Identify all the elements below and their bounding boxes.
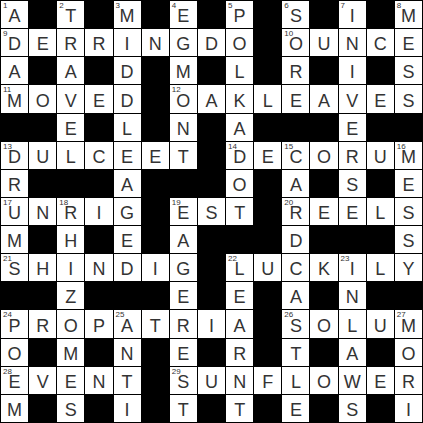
black-cell	[282, 114, 309, 141]
letter-cell[interactable]: 6S	[282, 1, 309, 28]
letter-cell[interactable]: L	[339, 310, 366, 337]
black-cell	[142, 57, 169, 84]
cell-letter: A	[290, 176, 302, 197]
crossword-grid: 1A2T3M4E5P6S7I8M9DERRINGDO10OUNCEAADMLRI…	[0, 0, 423, 423]
letter-cell[interactable]: K	[226, 85, 253, 112]
cell-letter: P	[234, 7, 246, 28]
cell-letter: R	[402, 373, 415, 394]
clue-number: 1	[3, 2, 7, 10]
letter-cell[interactable]: A	[198, 85, 225, 112]
letter-cell[interactable]: T	[226, 198, 253, 225]
letter-cell[interactable]: A	[282, 282, 309, 309]
cell-letter: O	[36, 92, 50, 113]
cell-letter: L	[235, 63, 245, 84]
black-cell	[170, 170, 197, 197]
cell-letter: R	[92, 35, 105, 56]
black-cell	[85, 170, 112, 197]
letter-cell[interactable]: 4E	[170, 1, 197, 28]
letter-cell[interactable]: E	[339, 114, 366, 141]
letter-cell[interactable]: 16M	[395, 142, 422, 169]
black-cell	[29, 395, 56, 422]
letter-cell[interactable]: 23I	[339, 254, 366, 281]
cell-letter: S	[402, 232, 414, 253]
cell-letter: L	[291, 373, 301, 394]
letter-cell[interactable]: L	[367, 254, 394, 281]
letter-cell[interactable]: 21S	[1, 254, 28, 281]
letter-cell[interactable]: I	[114, 395, 141, 422]
cell-letter: U	[8, 204, 21, 225]
letter-cell[interactable]: W	[339, 367, 366, 394]
letter-cell[interactable]: O	[310, 367, 337, 394]
cell-letter: U	[374, 148, 387, 169]
letter-cell[interactable]: N	[114, 339, 141, 366]
letter-cell[interactable]: I	[57, 254, 84, 281]
letter-cell[interactable]: E	[254, 142, 281, 169]
black-cell	[254, 57, 281, 84]
letter-cell[interactable]: A	[114, 170, 141, 197]
letter-cell[interactable]: E	[395, 170, 422, 197]
clue-number: 23	[341, 255, 350, 263]
cell-letter: S	[290, 7, 302, 28]
cell-letter: V	[65, 92, 77, 113]
black-cell	[142, 114, 169, 141]
letter-cell[interactable]: R	[1, 170, 28, 197]
cell-letter: N	[149, 35, 162, 56]
letter-cell[interactable]: H	[57, 226, 84, 253]
cell-letter: E	[290, 92, 302, 113]
letter-cell[interactable]: E	[395, 29, 422, 56]
cell-letter: E	[177, 204, 189, 225]
letter-cell[interactable]: S	[395, 226, 422, 253]
black-cell	[85, 339, 112, 366]
black-cell	[310, 395, 337, 422]
letter-cell[interactable]: I	[339, 57, 366, 84]
black-cell	[226, 226, 253, 253]
letter-cell[interactable]: T	[282, 339, 309, 366]
clue-number: 2	[59, 2, 63, 10]
cell-letter: D	[8, 35, 21, 56]
letter-cell[interactable]: A	[57, 57, 84, 84]
letter-cell[interactable]: O	[310, 310, 337, 337]
cell-letter: A	[234, 317, 246, 338]
letter-cell[interactable]: 20R	[282, 198, 309, 225]
black-cell	[198, 170, 225, 197]
letter-cell[interactable]: 1A	[1, 1, 28, 28]
cell-letter: L	[66, 148, 76, 169]
clue-number: 8	[397, 2, 401, 10]
clue-number: 25	[116, 311, 125, 319]
letter-cell[interactable]: I	[198, 310, 225, 337]
letter-cell[interactable]: E	[57, 367, 84, 394]
cell-letter: I	[350, 63, 355, 84]
letter-cell[interactable]: C	[282, 254, 309, 281]
cell-letter: L	[375, 204, 385, 225]
cell-letter: E	[177, 345, 189, 366]
cell-letter: T	[122, 373, 133, 394]
black-cell	[254, 310, 281, 337]
letter-cell[interactable]: O	[29, 85, 56, 112]
letter-cell[interactable]: L	[367, 198, 394, 225]
cell-letter: S	[402, 92, 414, 113]
clue-number: 5	[228, 2, 232, 10]
cell-letter: P	[9, 317, 21, 338]
letter-cell[interactable]: G	[170, 254, 197, 281]
letter-cell[interactable]: O	[57, 310, 84, 337]
letter-cell[interactable]: S	[339, 170, 366, 197]
letter-cell[interactable]: T	[226, 395, 253, 422]
letter-cell[interactable]: T	[170, 395, 197, 422]
letter-cell[interactable]: S	[57, 395, 84, 422]
cell-letter: R	[346, 148, 359, 169]
letter-cell[interactable]: R	[339, 142, 366, 169]
letter-cell[interactable]: 14D	[226, 142, 253, 169]
black-cell	[310, 170, 337, 197]
letter-cell[interactable]: R	[226, 339, 253, 366]
letter-cell[interactable]: L	[114, 114, 141, 141]
letter-cell[interactable]: R	[85, 29, 112, 56]
letter-cell[interactable]: D	[114, 254, 141, 281]
black-cell	[29, 282, 56, 309]
cell-letter: T	[178, 401, 189, 422]
cell-letter: S	[346, 401, 358, 422]
letter-cell[interactable]: E	[282, 395, 309, 422]
clue-number: 6	[284, 2, 288, 10]
letter-cell[interactable]: 15C	[282, 142, 309, 169]
cell-letter: V	[346, 92, 358, 113]
clue-number: 9	[3, 30, 7, 38]
cell-letter: I	[125, 35, 130, 56]
cell-letter: E	[65, 373, 77, 394]
cell-letter: M	[401, 7, 416, 28]
cell-letter: A	[205, 92, 217, 113]
cell-letter: E	[290, 401, 302, 422]
letter-cell[interactable]: R	[395, 367, 422, 394]
cell-letter: I	[153, 260, 158, 281]
cell-letter: S	[402, 204, 414, 225]
letter-cell[interactable]: F	[254, 367, 281, 394]
black-cell	[198, 226, 225, 253]
letter-cell[interactable]: 11M	[1, 85, 28, 112]
letter-cell[interactable]: D	[114, 85, 141, 112]
letter-cell[interactable]: N	[170, 114, 197, 141]
cell-letter: M	[7, 232, 22, 253]
letter-cell[interactable]: 5P	[226, 1, 253, 28]
cell-letter: D	[121, 260, 134, 281]
black-cell	[367, 1, 394, 28]
cell-letter: I	[68, 260, 73, 281]
letter-cell[interactable]: D	[114, 57, 141, 84]
clue-number: 3	[116, 2, 120, 10]
letter-cell[interactable]: O	[226, 170, 253, 197]
letter-cell[interactable]: E	[310, 198, 337, 225]
letter-cell[interactable]: N	[142, 29, 169, 56]
cell-letter: E	[346, 204, 358, 225]
letter-cell[interactable]: 25A	[114, 310, 141, 337]
letter-cell[interactable]: E	[170, 282, 197, 309]
cell-letter: E	[149, 148, 161, 169]
letter-cell[interactable]: R	[170, 310, 197, 337]
black-cell	[114, 282, 141, 309]
letter-cell[interactable]: N	[85, 254, 112, 281]
letter-cell[interactable]: D	[282, 226, 309, 253]
clue-number: 20	[284, 199, 293, 207]
letter-cell[interactable]: N	[85, 367, 112, 394]
letter-cell[interactable]: A	[310, 85, 337, 112]
letter-cell[interactable]: I	[114, 29, 141, 56]
letter-cell[interactable]: G	[114, 198, 141, 225]
letter-cell[interactable]: I	[142, 254, 169, 281]
cell-letter: A	[9, 63, 21, 84]
cell-letter: U	[205, 373, 218, 394]
letter-cell[interactable]: R	[57, 29, 84, 56]
letter-cell[interactable]: L	[254, 85, 281, 112]
black-cell	[367, 282, 394, 309]
cell-letter: I	[209, 317, 214, 338]
cell-letter: I	[125, 401, 130, 422]
black-cell	[142, 395, 169, 422]
black-cell	[310, 339, 337, 366]
letter-cell[interactable]: E	[142, 142, 169, 169]
black-cell	[367, 339, 394, 366]
black-cell	[339, 226, 366, 253]
letter-cell[interactable]: H	[29, 254, 56, 281]
letter-cell[interactable]: S	[395, 198, 422, 225]
letter-cell[interactable]: O	[1, 339, 28, 366]
letter-cell[interactable]: M	[1, 226, 28, 253]
cell-letter: T	[234, 401, 245, 422]
letter-cell[interactable]: E	[114, 226, 141, 253]
black-cell	[85, 114, 112, 141]
letter-cell[interactable]: 13D	[1, 142, 28, 169]
black-cell	[142, 282, 169, 309]
cell-letter: D	[233, 148, 246, 169]
clue-number: 12	[172, 86, 181, 94]
cell-letter: U	[374, 317, 387, 338]
cell-letter: L	[235, 260, 245, 281]
black-cell	[254, 339, 281, 366]
cell-letter: N	[36, 204, 49, 225]
cell-letter: K	[234, 92, 246, 113]
letter-cell[interactable]: E	[29, 29, 56, 56]
letter-cell[interactable]: C	[367, 29, 394, 56]
letter-cell[interactable]: L	[226, 57, 253, 84]
clue-number: 10	[284, 30, 293, 38]
letter-cell[interactable]: U	[198, 367, 225, 394]
letter-cell[interactable]: 7I	[339, 1, 366, 28]
cell-letter: O	[233, 35, 247, 56]
letter-cell[interactable]: N	[339, 29, 366, 56]
letter-cell[interactable]: M	[57, 339, 84, 366]
cell-letter: O	[64, 317, 78, 338]
cell-letter: O	[289, 35, 303, 56]
cell-letter: R	[289, 204, 302, 225]
letter-cell[interactable]: I	[395, 395, 422, 422]
letter-cell[interactable]: 24P	[1, 310, 28, 337]
black-cell	[254, 282, 281, 309]
letter-cell[interactable]: 8M	[395, 1, 422, 28]
letter-cell[interactable]: 9D	[1, 29, 28, 56]
letter-cell[interactable]: S	[395, 57, 422, 84]
letter-cell[interactable]: R	[282, 57, 309, 84]
clue-number: 16	[397, 143, 406, 151]
cell-letter: D	[8, 148, 21, 169]
cell-letter: G	[176, 35, 190, 56]
cell-letter: P	[93, 317, 105, 338]
cell-letter: R	[64, 35, 77, 56]
letter-cell[interactable]: E	[282, 85, 309, 112]
cell-letter: R	[233, 345, 246, 366]
cell-letter: E	[374, 373, 386, 394]
letter-cell[interactable]: O	[226, 29, 253, 56]
black-cell	[367, 114, 394, 141]
cell-letter: U	[261, 260, 274, 281]
letter-cell[interactable]: M	[170, 57, 197, 84]
letter-cell[interactable]: E	[57, 114, 84, 141]
letter-cell[interactable]: V	[57, 85, 84, 112]
letter-cell[interactable]: D	[198, 29, 225, 56]
cell-letter: L	[375, 260, 385, 281]
letter-cell[interactable]: N	[29, 198, 56, 225]
letter-cell[interactable]: T	[170, 142, 197, 169]
letter-cell[interactable]: A	[226, 114, 253, 141]
letter-cell[interactable]: E	[226, 282, 253, 309]
letter-cell[interactable]: 26S	[282, 310, 309, 337]
letter-cell[interactable]: 3M	[114, 1, 141, 28]
black-cell	[57, 170, 84, 197]
letter-cell[interactable]: E	[339, 198, 366, 225]
letter-cell[interactable]: T	[114, 367, 141, 394]
letter-cell[interactable]: 18R	[57, 198, 84, 225]
black-cell	[367, 57, 394, 84]
clue-number: 11	[3, 86, 11, 94]
clue-number: 29	[172, 368, 181, 376]
letter-cell[interactable]: O	[310, 142, 337, 169]
letter-cell[interactable]: L	[282, 367, 309, 394]
letter-cell[interactable]: T	[142, 310, 169, 337]
letter-cell[interactable]: 2T	[57, 1, 84, 28]
letter-cell[interactable]: A	[339, 339, 366, 366]
letter-cell[interactable]: C	[85, 142, 112, 169]
letter-cell[interactable]: L	[57, 142, 84, 169]
black-cell	[254, 1, 281, 28]
letter-cell[interactable]: 22L	[226, 254, 253, 281]
letter-cell[interactable]: G	[170, 29, 197, 56]
letter-cell[interactable]: N	[226, 367, 253, 394]
cell-letter: C	[289, 260, 302, 281]
letter-cell[interactable]: U	[310, 29, 337, 56]
letter-cell[interactable]: M	[1, 395, 28, 422]
letter-cell[interactable]: A	[170, 226, 197, 253]
cell-letter: C	[374, 35, 387, 56]
black-cell	[367, 170, 394, 197]
letter-cell[interactable]: E	[367, 367, 394, 394]
cell-letter: D	[121, 92, 134, 113]
letter-cell[interactable]: A	[226, 310, 253, 337]
letter-cell[interactable]: 28E	[1, 367, 28, 394]
letter-cell[interactable]: 29S	[170, 367, 197, 394]
black-cell	[310, 1, 337, 28]
letter-cell[interactable]: 27M	[395, 310, 422, 337]
letter-cell[interactable]: P	[85, 310, 112, 337]
cell-letter: E	[9, 373, 21, 394]
clue-number: 28	[3, 368, 12, 376]
letter-cell[interactable]: V	[29, 367, 56, 394]
letter-cell[interactable]: 17U	[1, 198, 28, 225]
letter-cell[interactable]: Z	[57, 282, 84, 309]
cell-letter: G	[120, 204, 134, 225]
letter-cell[interactable]: E	[170, 339, 197, 366]
black-cell	[142, 198, 169, 225]
cell-letter: M	[7, 401, 22, 422]
cell-letter: R	[8, 176, 21, 197]
cell-letter: S	[177, 373, 189, 394]
letter-cell[interactable]: 12O	[170, 85, 197, 112]
black-cell	[142, 85, 169, 112]
letter-cell[interactable]: N	[339, 282, 366, 309]
letter-cell[interactable]: R	[29, 310, 56, 337]
letter-cell[interactable]: I	[85, 198, 112, 225]
letter-cell[interactable]: 10O	[282, 29, 309, 56]
cell-letter: T	[290, 345, 301, 366]
cell-letter: U	[36, 148, 49, 169]
cell-letter: A	[318, 92, 330, 113]
black-cell	[395, 114, 422, 141]
cell-letter: L	[347, 317, 357, 338]
letter-cell[interactable]: V	[339, 85, 366, 112]
cell-letter: A	[234, 120, 246, 141]
black-cell	[310, 282, 337, 309]
cell-letter: A	[121, 176, 133, 197]
cell-letter: S	[65, 401, 77, 422]
letter-cell[interactable]: U	[367, 142, 394, 169]
letter-cell[interactable]: U	[29, 142, 56, 169]
cell-letter: R	[177, 317, 190, 338]
cell-letter: D	[289, 232, 302, 253]
cell-letter: E	[121, 232, 133, 253]
cell-letter: S	[290, 317, 302, 338]
black-cell	[85, 395, 112, 422]
letter-cell[interactable]: S	[395, 85, 422, 112]
cell-letter: L	[263, 92, 273, 113]
cell-letter: A	[9, 7, 21, 28]
letter-cell[interactable]: S	[339, 395, 366, 422]
black-cell	[1, 114, 28, 141]
black-cell	[310, 57, 337, 84]
clue-number: 18	[59, 199, 68, 207]
letter-cell[interactable]: E	[85, 85, 112, 112]
letter-cell[interactable]: 19E	[170, 198, 197, 225]
cell-letter: N	[121, 345, 134, 366]
letter-cell[interactable]: E	[367, 85, 394, 112]
cell-letter: E	[121, 148, 133, 169]
black-cell	[254, 395, 281, 422]
black-cell	[254, 29, 281, 56]
letter-cell[interactable]: A	[1, 57, 28, 84]
letter-cell[interactable]: Y	[395, 254, 422, 281]
letter-cell[interactable]: U	[367, 310, 394, 337]
letter-cell[interactable]: S	[198, 198, 225, 225]
cell-letter: F	[262, 373, 273, 394]
letter-cell[interactable]: K	[310, 254, 337, 281]
cell-letter: N	[92, 260, 105, 281]
cell-letter: D	[205, 35, 218, 56]
letter-cell[interactable]: U	[254, 254, 281, 281]
black-cell	[367, 226, 394, 253]
letter-cell[interactable]: A	[282, 170, 309, 197]
cell-letter: C	[289, 148, 302, 169]
letter-cell[interactable]: O	[395, 339, 422, 366]
letter-cell[interactable]: E	[114, 142, 141, 169]
